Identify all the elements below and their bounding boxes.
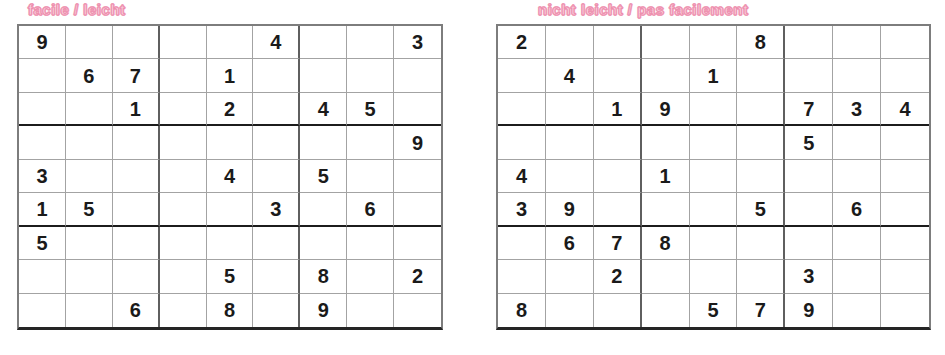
- cell-r3c9[interactable]: [394, 93, 441, 126]
- cell-r7c6[interactable]: [253, 227, 300, 260]
- cell-r6c9[interactable]: [394, 193, 441, 226]
- cell-r3c7: 4: [300, 93, 347, 126]
- cell-r2c9[interactable]: [394, 59, 441, 92]
- cell-r7c8[interactable]: [347, 227, 394, 260]
- cell-r4c8[interactable]: [347, 126, 394, 159]
- cell-r2c4[interactable]: [160, 59, 207, 92]
- cell-r8c2[interactable]: [546, 260, 594, 293]
- cell-r2c7[interactable]: [785, 59, 833, 92]
- cell-r3c7: 7: [785, 93, 833, 126]
- cell-r8c4[interactable]: [642, 260, 690, 293]
- cell-r3c4[interactable]: [160, 93, 207, 126]
- cell-r9c6: 7: [737, 294, 785, 327]
- cell-r2c1[interactable]: [19, 59, 66, 92]
- cell-r4c6[interactable]: [253, 126, 300, 159]
- cell-r4c4[interactable]: [642, 126, 690, 159]
- cell-r1c6: 8: [737, 26, 785, 59]
- cell-r2c1[interactable]: [498, 59, 546, 92]
- cell-r9c9[interactable]: [881, 294, 929, 327]
- cell-r4c1[interactable]: [19, 126, 66, 159]
- cell-r3c6[interactable]: [737, 93, 785, 126]
- cell-r5c7[interactable]: [785, 160, 833, 193]
- cell-r7c8[interactable]: [833, 227, 881, 260]
- cell-r3c6[interactable]: [253, 93, 300, 126]
- cell-r8c3: 2: [594, 260, 642, 293]
- cell-r6c1: 1: [19, 193, 66, 226]
- cell-r8c1[interactable]: [19, 260, 66, 293]
- cell-r3c2[interactable]: [546, 93, 594, 126]
- cell-r9c1: 8: [498, 294, 546, 327]
- cell-r9c2[interactable]: [546, 294, 594, 327]
- cell-r4c8[interactable]: [833, 126, 881, 159]
- cell-r4c7[interactable]: [300, 126, 347, 159]
- cell-r3c3: 1: [113, 93, 160, 126]
- cell-r2c3: 7: [113, 59, 160, 92]
- cell-r7c2: 6: [546, 227, 594, 260]
- cell-r9c4[interactable]: [642, 294, 690, 327]
- cell-r5c2[interactable]: [66, 160, 113, 193]
- cell-r5c5[interactable]: [690, 160, 738, 193]
- cell-r5c3[interactable]: [594, 160, 642, 193]
- cell-r8c9: 2: [394, 260, 441, 293]
- cell-r7c3[interactable]: [113, 227, 160, 260]
- cell-r1c1: 9: [19, 26, 66, 59]
- cell-r3c1[interactable]: [19, 93, 66, 126]
- cell-r2c7[interactable]: [300, 59, 347, 92]
- cell-r6c2: 5: [66, 193, 113, 226]
- cell-r8c8[interactable]: [347, 260, 394, 293]
- cell-r3c3: 1: [594, 93, 642, 126]
- cell-r1c9: 3: [394, 26, 441, 59]
- cell-r1c5[interactable]: [690, 26, 738, 59]
- cell-r7c9[interactable]: [881, 227, 929, 260]
- sudoku-grid-easy: 9436711245934515365582689: [17, 24, 443, 330]
- cell-r2c8[interactable]: [347, 59, 394, 92]
- cell-r7c7[interactable]: [785, 227, 833, 260]
- cell-r4c4[interactable]: [160, 126, 207, 159]
- cell-r8c2[interactable]: [66, 260, 113, 293]
- puzzle-title-hard: nicht leicht / pas facilement: [538, 1, 748, 18]
- cell-r5c3[interactable]: [113, 160, 160, 193]
- cell-r7c6[interactable]: [737, 227, 785, 260]
- cell-r2c2: 6: [66, 59, 113, 92]
- cell-r1c4[interactable]: [642, 26, 690, 59]
- cell-r9c7: 9: [300, 294, 347, 327]
- cell-r7c2[interactable]: [66, 227, 113, 260]
- cell-r2c4[interactable]: [642, 59, 690, 92]
- cell-r6c6: 3: [253, 193, 300, 226]
- cell-r8c8[interactable]: [833, 260, 881, 293]
- cell-r3c8: 3: [833, 93, 881, 126]
- cell-r2c6[interactable]: [253, 59, 300, 92]
- cell-r3c8: 5: [347, 93, 394, 126]
- cell-r2c5: 1: [207, 59, 254, 92]
- cell-r1c1: 2: [498, 26, 546, 59]
- cell-r9c3: 6: [113, 294, 160, 327]
- cell-r6c9[interactable]: [881, 193, 929, 226]
- cell-r4c3[interactable]: [594, 126, 642, 159]
- cell-r8c7: 8: [300, 260, 347, 293]
- cell-r6c5[interactable]: [207, 193, 254, 226]
- cell-r6c8: 6: [347, 193, 394, 226]
- cell-r5c8[interactable]: [347, 160, 394, 193]
- cell-r9c2[interactable]: [66, 294, 113, 327]
- cell-r1c6: 4: [253, 26, 300, 59]
- cell-r8c4[interactable]: [160, 260, 207, 293]
- cell-r7c4: 8: [642, 227, 690, 260]
- cell-r2c6[interactable]: [737, 59, 785, 92]
- cell-r9c8[interactable]: [347, 294, 394, 327]
- cell-r4c9[interactable]: [881, 126, 929, 159]
- cell-r9c6[interactable]: [253, 294, 300, 327]
- sudoku-grid-hard: 2841197345413956678238579: [496, 24, 931, 330]
- cell-r3c4: 9: [642, 93, 690, 126]
- cell-r5c9[interactable]: [394, 160, 441, 193]
- cell-r8c7: 3: [785, 260, 833, 293]
- cell-r3c2[interactable]: [66, 93, 113, 126]
- cell-r4c9: 9: [394, 126, 441, 159]
- cell-r9c3[interactable]: [594, 294, 642, 327]
- cell-r6c8: 6: [833, 193, 881, 226]
- cell-r7c1[interactable]: [498, 227, 546, 260]
- cell-r1c7[interactable]: [300, 26, 347, 59]
- cell-r6c2: 9: [546, 193, 594, 226]
- cell-r6c1: 3: [498, 193, 546, 226]
- cell-r2c3[interactable]: [594, 59, 642, 92]
- cell-r4c5[interactable]: [690, 126, 738, 159]
- cell-r3c5[interactable]: [690, 93, 738, 126]
- cell-r1c4[interactable]: [160, 26, 207, 59]
- cell-r2c9[interactable]: [881, 59, 929, 92]
- cell-r8c5: 5: [207, 260, 254, 293]
- cell-r1c2[interactable]: [546, 26, 594, 59]
- cell-r5c4[interactable]: [160, 160, 207, 193]
- cell-r7c7[interactable]: [300, 227, 347, 260]
- cell-r1c5[interactable]: [207, 26, 254, 59]
- cell-r7c5[interactable]: [207, 227, 254, 260]
- cell-r5c1: 3: [19, 160, 66, 193]
- cell-r7c3: 7: [594, 227, 642, 260]
- cell-r1c8[interactable]: [833, 26, 881, 59]
- cell-r4c3[interactable]: [113, 126, 160, 159]
- cell-r5c2[interactable]: [546, 160, 594, 193]
- cell-r4c1[interactable]: [498, 126, 546, 159]
- cell-r8c1[interactable]: [498, 260, 546, 293]
- cell-r2c8[interactable]: [833, 59, 881, 92]
- cell-r5c6[interactable]: [253, 160, 300, 193]
- cell-r5c8[interactable]: [833, 160, 881, 193]
- cell-r9c4[interactable]: [160, 294, 207, 327]
- cell-r4c2[interactable]: [66, 126, 113, 159]
- cell-r5c4: 1: [642, 160, 690, 193]
- cell-r6c7[interactable]: [300, 193, 347, 226]
- cell-r8c9[interactable]: [881, 260, 929, 293]
- cell-r1c8[interactable]: [347, 26, 394, 59]
- cell-r6c4[interactable]: [160, 193, 207, 226]
- cell-r4c2[interactable]: [546, 126, 594, 159]
- cell-r1c2[interactable]: [66, 26, 113, 59]
- cell-r6c3[interactable]: [113, 193, 160, 226]
- cell-r6c4[interactable]: [642, 193, 690, 226]
- cell-r8c6[interactable]: [253, 260, 300, 293]
- cell-r2c2: 4: [546, 59, 594, 92]
- cell-r5c6[interactable]: [737, 160, 785, 193]
- cell-r1c7[interactable]: [785, 26, 833, 59]
- cell-r8c5[interactable]: [690, 260, 738, 293]
- cell-r9c1[interactable]: [19, 294, 66, 327]
- cell-r9c5: 5: [690, 294, 738, 327]
- cell-r9c8[interactable]: [833, 294, 881, 327]
- cell-r5c7: 5: [300, 160, 347, 193]
- cell-r7c1: 5: [19, 227, 66, 260]
- cell-r1c3[interactable]: [113, 26, 160, 59]
- cell-r7c5[interactable]: [690, 227, 738, 260]
- cell-r4c5[interactable]: [207, 126, 254, 159]
- cell-r8c6[interactable]: [737, 260, 785, 293]
- cell-r3c9: 4: [881, 93, 929, 126]
- cell-r3c1[interactable]: [498, 93, 546, 126]
- cell-r6c6: 5: [737, 193, 785, 226]
- cell-r9c7: 9: [785, 294, 833, 327]
- cell-r4c6[interactable]: [737, 126, 785, 159]
- cell-r7c9[interactable]: [394, 227, 441, 260]
- cell-r6c7[interactable]: [785, 193, 833, 226]
- cell-r1c3[interactable]: [594, 26, 642, 59]
- puzzle-title-easy: facile / leicht: [28, 1, 126, 18]
- cell-r5c9[interactable]: [881, 160, 929, 193]
- cell-r5c5: 4: [207, 160, 254, 193]
- cell-r3c5: 2: [207, 93, 254, 126]
- page: facile / leicht nicht leicht / pas facil…: [0, 0, 945, 355]
- cell-r1c9[interactable]: [881, 26, 929, 59]
- cell-r8c3[interactable]: [113, 260, 160, 293]
- cell-r5c1: 4: [498, 160, 546, 193]
- cell-r7c4[interactable]: [160, 227, 207, 260]
- cell-r6c3[interactable]: [594, 193, 642, 226]
- cell-r9c5: 8: [207, 294, 254, 327]
- cell-r6c5[interactable]: [690, 193, 738, 226]
- cell-r9c9[interactable]: [394, 294, 441, 327]
- cell-r4c7: 5: [785, 126, 833, 159]
- cell-r2c5: 1: [690, 59, 738, 92]
